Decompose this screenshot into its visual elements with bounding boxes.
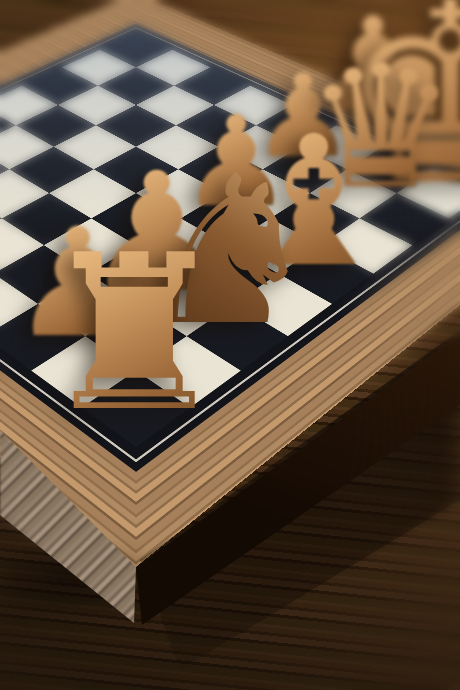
piece-white-rook-a1[interactable]: ♜: [38, 250, 231, 418]
pieces-layer: ♟♚♟♛♟♝♟♞♟♜: [0, 0, 460, 690]
photo-scene: ♟♚♟♛♟♝♟♞♟♜: [0, 0, 460, 690]
